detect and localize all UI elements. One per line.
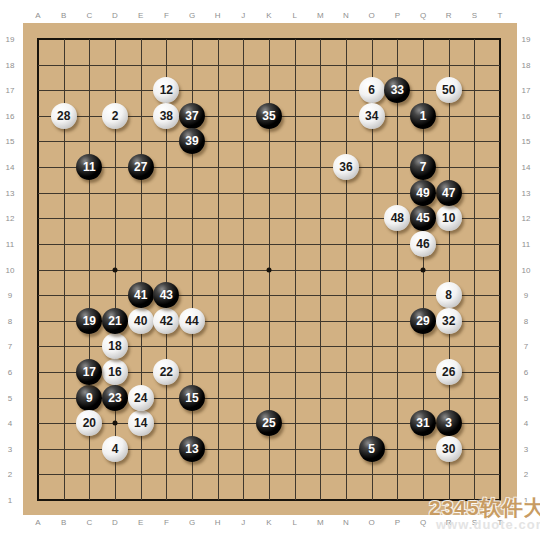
row-label-left-11: 11 — [6, 239, 14, 248]
stone-white-b16[interactable]: 28 — [51, 103, 77, 129]
row-label-left-2: 2 — [8, 470, 12, 479]
stone-black-r13[interactable]: 47 — [436, 180, 462, 206]
row-label-right-16: 16 — [522, 111, 531, 120]
col-label-top-s: S — [472, 11, 477, 20]
stone-white-f17[interactable]: 12 — [153, 77, 179, 103]
row-label-right-6: 6 — [524, 367, 528, 376]
grid-line-vertical — [397, 39, 398, 500]
stone-black-p17[interactable]: 33 — [384, 77, 410, 103]
row-label-right-12: 12 — [522, 214, 531, 223]
col-label-top-t: T — [498, 11, 503, 20]
stone-black-o3[interactable]: 5 — [359, 436, 385, 462]
row-label-left-16: 16 — [6, 111, 15, 120]
col-label-bottom-g: G — [189, 518, 195, 527]
col-label-bottom-p: P — [395, 518, 400, 527]
stone-black-d8[interactable]: 21 — [102, 308, 128, 334]
row-label-right-14: 14 — [522, 163, 531, 172]
row-label-left-7: 7 — [8, 342, 12, 351]
grid-line-horizontal — [38, 295, 500, 296]
stone-black-c5[interactable]: 9 — [76, 385, 102, 411]
stone-black-k16[interactable]: 35 — [256, 103, 282, 129]
col-label-top-h: H — [215, 11, 221, 20]
col-label-bottom-c: C — [86, 518, 92, 527]
stone-black-c6[interactable]: 17 — [76, 359, 102, 385]
stone-white-r3[interactable]: 30 — [436, 436, 462, 462]
stone-black-g15[interactable]: 39 — [179, 128, 205, 154]
stone-black-r4[interactable]: 3 — [436, 410, 462, 436]
col-label-bottom-e: E — [138, 518, 143, 527]
stone-white-f16[interactable]: 38 — [153, 103, 179, 129]
row-label-right-3: 3 — [524, 444, 528, 453]
go-board-diagram: AABBCCDDEEFFGGHHJJKKLLMMNNOOPPQQRRSSTT19… — [0, 0, 540, 540]
col-label-top-c: C — [86, 11, 92, 20]
star-point-q10 — [421, 267, 426, 272]
row-label-left-12: 12 — [6, 214, 15, 223]
row-label-right-15: 15 — [522, 137, 531, 146]
stone-black-g5[interactable]: 15 — [179, 385, 205, 411]
row-label-left-13: 13 — [6, 188, 15, 197]
row-label-right-17: 17 — [522, 86, 531, 95]
row-label-right-8: 8 — [524, 316, 528, 325]
stone-white-d7[interactable]: 18 — [102, 333, 128, 359]
stone-black-q14[interactable]: 7 — [410, 154, 436, 180]
col-label-bottom-o: O — [369, 518, 375, 527]
grid-line-horizontal — [38, 474, 500, 475]
stone-black-k4[interactable]: 25 — [256, 410, 282, 436]
col-label-top-a: A — [35, 11, 40, 20]
row-label-left-17: 17 — [6, 86, 15, 95]
col-label-top-o: O — [369, 11, 375, 20]
stone-white-g8[interactable]: 44 — [179, 308, 205, 334]
stone-black-q4[interactable]: 31 — [410, 410, 436, 436]
star-point-k10 — [267, 267, 272, 272]
stone-white-e8[interactable]: 40 — [128, 308, 154, 334]
stone-white-r6[interactable]: 26 — [436, 359, 462, 385]
grid-line-vertical — [346, 39, 347, 500]
col-label-bottom-m: M — [317, 518, 324, 527]
col-label-bottom-n: N — [343, 518, 349, 527]
col-label-top-r: R — [446, 11, 452, 20]
col-label-bottom-f: F — [164, 518, 169, 527]
row-label-right-13: 13 — [522, 188, 531, 197]
stone-black-q8[interactable]: 29 — [410, 308, 436, 334]
col-label-top-p: P — [395, 11, 400, 20]
star-point-d10 — [113, 267, 118, 272]
col-label-top-d: D — [112, 11, 118, 20]
stone-white-d16[interactable]: 2 — [102, 103, 128, 129]
stone-black-c8[interactable]: 19 — [76, 308, 102, 334]
row-label-right-9: 9 — [524, 291, 528, 300]
row-label-right-7: 7 — [524, 342, 528, 351]
stone-white-f6[interactable]: 22 — [153, 359, 179, 385]
row-label-left-15: 15 — [6, 137, 15, 146]
col-label-top-n: N — [343, 11, 349, 20]
row-label-left-1: 1 — [8, 496, 12, 505]
col-label-bottom-b: B — [61, 518, 66, 527]
stone-white-e4[interactable]: 14 — [128, 410, 154, 436]
col-label-top-l: L — [292, 11, 296, 20]
stone-white-c4[interactable]: 20 — [76, 410, 102, 436]
row-label-left-6: 6 — [8, 367, 12, 376]
stone-black-f9[interactable]: 43 — [153, 282, 179, 308]
stone-black-d5[interactable]: 23 — [102, 385, 128, 411]
col-label-bottom-q: Q — [420, 518, 426, 527]
stone-black-e14[interactable]: 27 — [128, 154, 154, 180]
stone-white-r8[interactable]: 32 — [436, 308, 462, 334]
watermark-site-url: www.duote.com — [436, 517, 540, 532]
row-label-left-10: 10 — [6, 265, 15, 274]
col-label-bottom-h: H — [215, 518, 221, 527]
stone-black-q12[interactable]: 45 — [410, 205, 436, 231]
col-label-bottom-j: J — [241, 518, 245, 527]
row-label-right-18: 18 — [522, 60, 531, 69]
stone-white-f8[interactable]: 42 — [153, 308, 179, 334]
row-label-right-10: 10 — [522, 265, 531, 274]
stone-white-q11[interactable]: 46 — [410, 231, 436, 257]
stone-white-r9[interactable]: 8 — [436, 282, 462, 308]
col-label-top-m: M — [317, 11, 324, 20]
stone-white-o16[interactable]: 34 — [359, 103, 385, 129]
row-label-right-19: 19 — [522, 35, 531, 44]
row-label-left-19: 19 — [6, 35, 15, 44]
row-label-left-9: 9 — [8, 291, 12, 300]
col-label-top-k: K — [266, 11, 271, 20]
row-label-left-3: 3 — [8, 444, 12, 453]
row-label-left-5: 5 — [8, 393, 12, 402]
stone-white-e5[interactable]: 24 — [128, 385, 154, 411]
col-label-top-g: G — [189, 11, 195, 20]
stone-black-q16[interactable]: 1 — [410, 103, 436, 129]
col-label-top-b: B — [61, 11, 66, 20]
row-label-left-18: 18 — [6, 60, 15, 69]
row-label-left-8: 8 — [8, 316, 12, 325]
grid-line-vertical — [320, 39, 321, 500]
col-label-bottom-l: L — [292, 518, 296, 527]
grid-line-vertical — [474, 39, 475, 500]
stone-black-c14[interactable]: 11 — [76, 154, 102, 180]
stone-white-r17[interactable]: 50 — [436, 77, 462, 103]
stone-white-p12[interactable]: 48 — [384, 205, 410, 231]
col-label-top-e: E — [138, 11, 143, 20]
stone-white-n14[interactable]: 36 — [333, 154, 359, 180]
row-label-right-5: 5 — [524, 393, 528, 402]
stone-white-d6[interactable]: 16 — [102, 359, 128, 385]
row-label-right-11: 11 — [522, 239, 530, 248]
col-label-top-q: Q — [420, 11, 426, 20]
col-label-bottom-a: A — [35, 518, 40, 527]
col-label-bottom-k: K — [266, 518, 271, 527]
stone-white-r12[interactable]: 10 — [436, 205, 462, 231]
stone-black-g16[interactable]: 37 — [179, 103, 205, 129]
stone-black-e9[interactable]: 41 — [128, 282, 154, 308]
row-label-right-4: 4 — [524, 419, 528, 428]
col-label-bottom-d: D — [112, 518, 118, 527]
stone-black-g3[interactable]: 13 — [179, 436, 205, 462]
stone-black-q13[interactable]: 49 — [410, 180, 436, 206]
row-label-right-2: 2 — [524, 470, 528, 479]
grid-line-vertical — [295, 39, 296, 500]
row-label-left-4: 4 — [8, 419, 12, 428]
col-label-top-j: J — [241, 11, 245, 20]
row-label-left-14: 14 — [6, 163, 15, 172]
stone-white-d3[interactable]: 4 — [102, 436, 128, 462]
col-label-top-f: F — [164, 11, 169, 20]
stone-white-o17[interactable]: 6 — [359, 77, 385, 103]
star-point-d4 — [113, 421, 118, 426]
